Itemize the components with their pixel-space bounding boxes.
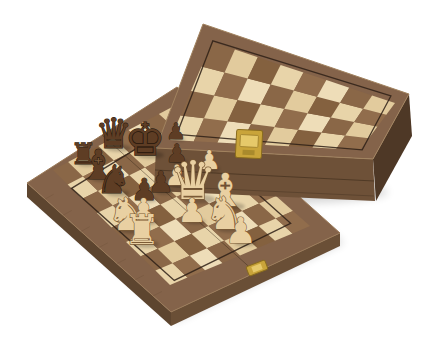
chess-set-photo: ♟♛♚♟♜♟♝♟♟♞♛♟♝♟♟♞♞♟♜ bbox=[0, 0, 430, 360]
piece-light-pawn: ♟ bbox=[177, 191, 207, 230]
box-brass-clasp bbox=[235, 129, 262, 158]
product-photo-scene: ♟♛♚♟♜♟♝♟♟♞♛♟♝♟♟♞♞♟♜ bbox=[0, 0, 430, 360]
piece-light-pawn: ♟ bbox=[225, 210, 257, 251]
piece-light-rook: ♜ bbox=[123, 206, 160, 254]
